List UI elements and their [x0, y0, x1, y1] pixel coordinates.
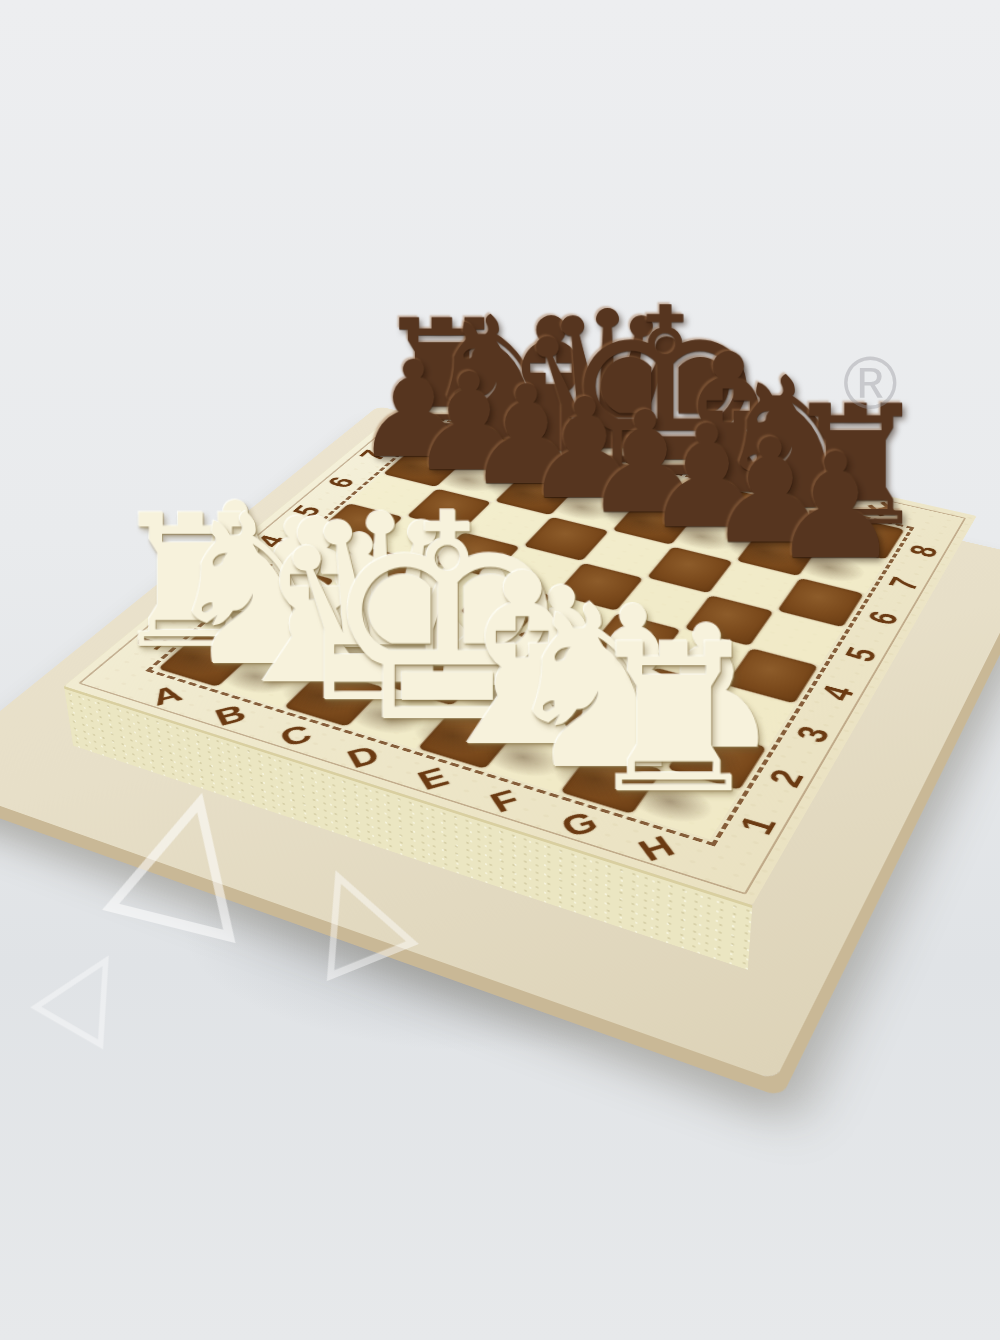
- white-rook-h1: ♜: [508, 617, 842, 822]
- scene: ABCDEFGH ABCDEFGH 87654321 87654321 ♜♞♝♛…: [0, 0, 1000, 1340]
- registered-trademark-watermark: ®: [843, 340, 898, 425]
